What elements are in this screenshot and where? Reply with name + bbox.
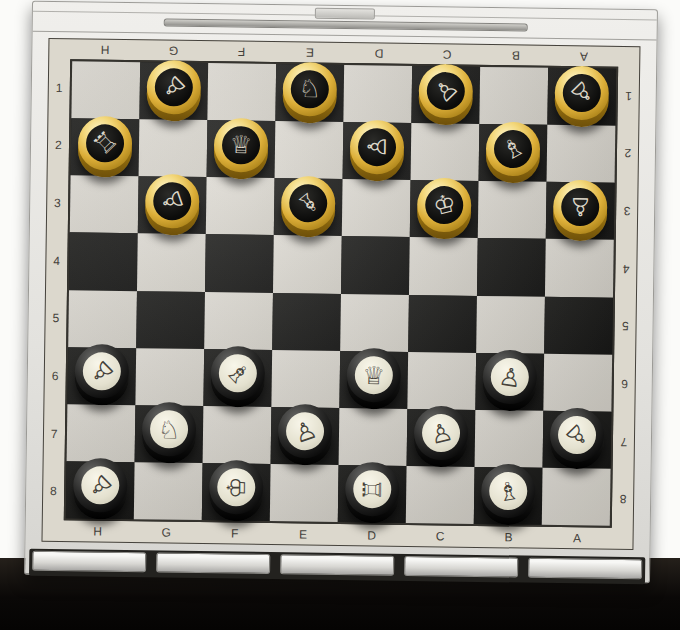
square-a2[interactable] [547,125,616,183]
disc-face: ♘ [150,410,189,449]
disc-top: ♗ [486,121,541,176]
rank-label-6: 6 [52,370,59,382]
square-a1[interactable]: ♙ [547,68,616,126]
disc-face: ♘ [291,70,330,109]
disc-face: ♙ [563,73,602,112]
piece-black-rook[interactable]: ♖ [345,462,400,517]
rank-label-2: 2 [55,139,62,151]
disc-top: ♖ [345,462,400,517]
hinge-bar [164,18,528,31]
square-h3[interactable] [70,175,139,233]
square-g4[interactable] [137,234,206,292]
piece-gold-bishop[interactable]: ♗ [281,176,336,231]
square-d7[interactable] [339,408,408,466]
pawn-glyph: ♙ [83,469,117,503]
piece-gold-pawn[interactable]: ♙ [554,65,609,120]
king-glyph: ♔ [430,190,458,220]
disc-top: ♙ [553,179,608,234]
bishop-glyph: ♗ [221,357,255,391]
disc-face: ♙ [286,412,325,451]
piece-gold-king[interactable]: ♔ [417,178,472,233]
piece-black-bishop[interactable]: ♗ [210,346,265,401]
disc-face: ♙ [81,467,120,506]
rank-label-8: 8 [50,485,57,497]
square-b5[interactable] [476,295,545,353]
square-a6[interactable] [543,353,612,411]
square-e2[interactable] [275,121,344,179]
piece-gold-knight[interactable]: ♘ [282,61,337,116]
piece-gold-bishop[interactable]: ♗ [486,121,541,176]
piece-gold-pawn[interactable]: ♙ [145,174,200,229]
piece-gold-pawn[interactable]: ♙ [146,60,201,115]
square-g1[interactable]: ♙ [139,62,208,120]
rank-label-2: 2 [624,147,631,159]
square-a7[interactable]: ♙ [543,411,612,469]
queen-glyph: ♕ [230,132,253,157]
file-label-D: D [374,47,383,59]
board-grid: ♙♘♙♙♖♕♙♗♙♗♔♙♙♗♕♙♘♙♙♙♙♔♖♗ [66,61,616,526]
rank-label-6: 6 [621,378,628,390]
file-label-D: D [367,529,376,541]
disc-face: ♙ [358,128,397,167]
disc-face: ♕ [222,126,261,165]
square-h1[interactable] [71,61,140,119]
disc-top: ♗ [281,176,336,231]
disc-top: ♙ [418,63,473,118]
disc-top: ♙ [145,174,200,229]
pawn-glyph: ♙ [560,419,594,453]
square-b4[interactable] [477,238,546,296]
king-glyph: ♔ [224,476,249,499]
disc-face: ♗ [219,354,258,393]
panel-corner [42,520,63,541]
product-photo: HGFEDCBA 12345678 ♙♘♙♙♖♕♙♗♙♗♔♙♙♗♕♙♘♙♙♙♙♔… [0,0,680,630]
disc-face: ♕ [355,356,394,395]
rank-label-4: 4 [53,255,60,267]
square-f8[interactable]: ♔ [202,463,271,521]
disc-face: ♗ [494,129,533,168]
rank-label-3: 3 [623,205,630,217]
pawn-glyph: ♙ [565,76,599,110]
disc-top: ♙ [146,60,201,115]
rank-label-7: 7 [620,435,627,447]
square-h8[interactable]: ♙ [66,461,135,519]
square-a4[interactable] [545,239,614,297]
square-d1[interactable] [343,65,412,123]
square-d3[interactable] [342,179,411,237]
piece-black-bishop[interactable]: ♗ [481,464,536,519]
disc-face: ♙ [153,182,192,221]
rank-label-1: 1 [56,82,63,94]
piece-black-pawn[interactable]: ♙ [550,408,605,463]
disc-top: ♙ [414,406,469,461]
disc-face: ♙ [155,68,194,107]
piece-gold-queen[interactable]: ♕ [214,118,269,173]
piece-black-pawn[interactable]: ♙ [278,404,333,459]
hinge-knuckle [156,552,270,574]
disc-face: ♗ [289,184,328,223]
square-c1[interactable]: ♙ [411,66,480,124]
file-label-B: B [511,49,520,61]
file-label-C: C [442,48,451,60]
rank-label-4: 4 [622,263,629,275]
pawn-glyph: ♙ [569,194,592,219]
rook-glyph: ♖ [360,478,385,501]
square-f7[interactable] [203,406,272,464]
piece-gold-rook[interactable]: ♖ [78,116,133,171]
piece-gold-pawn[interactable]: ♙ [418,63,473,118]
bishop-glyph: ♗ [497,132,529,165]
square-c5[interactable] [408,294,477,352]
bishop-glyph: ♗ [292,186,325,220]
piece-black-knight[interactable]: ♘ [142,402,197,457]
rank-label-5: 5 [621,320,628,332]
square-g5[interactable] [136,291,205,349]
magnetic-chess-case: HGFEDCBA 12345678 ♙♘♙♙♖♕♙♗♙♗♔♙♙♗♕♙♘♙♙♙♙♔… [24,1,658,584]
pawn-glyph: ♙ [85,355,119,389]
disc-top: ♕ [214,118,269,173]
square-h4[interactable] [69,233,138,291]
pawn-glyph: ♙ [290,416,319,447]
queen-glyph: ♕ [362,363,385,388]
square-g7[interactable]: ♘ [135,405,204,463]
file-label-E: E [306,46,315,58]
square-d5[interactable] [340,293,409,351]
file-label-G: G [161,526,171,538]
hinge-knuckle [404,556,518,578]
square-g2[interactable] [139,119,208,177]
square-f5[interactable] [204,292,273,350]
pawn-glyph: ♙ [427,419,455,449]
square-e5[interactable] [272,293,341,351]
square-e1[interactable]: ♘ [275,64,344,122]
file-label-F: F [231,527,239,539]
piece-gold-pawn[interactable]: ♙ [553,179,608,234]
disc-top: ♙ [74,344,129,399]
square-f2[interactable]: ♕ [207,120,276,178]
disc-top: ♖ [78,116,133,171]
pawn-glyph: ♙ [429,74,463,108]
file-label-B: B [504,531,513,543]
board: ♙♘♙♙♖♕♙♗♙♗♔♙♙♗♕♙♘♙♙♙♙♔♖♗ [64,59,618,528]
file-label-C: C [436,530,445,542]
hinge-knuckle [32,551,146,573]
square-d8[interactable]: ♖ [338,465,407,523]
disc-face: ♙ [558,416,597,455]
disc-top: ♙ [73,458,128,513]
pawn-glyph: ♙ [157,70,191,104]
disc-face: ♔ [217,468,256,507]
disc-top: ♕ [346,348,401,403]
rank-label-7: 7 [51,428,58,440]
piece-black-pawn[interactable]: ♙ [73,458,128,513]
rank-label-3: 3 [54,197,61,209]
piece-gold-pawn[interactable]: ♙ [350,119,405,174]
square-c7[interactable]: ♙ [407,409,476,467]
square-h7[interactable] [67,404,136,462]
disc-top: ♗ [210,346,265,401]
panel-corner [611,528,632,549]
disc-top: ♘ [142,402,197,457]
disc-top: ♙ [482,350,537,405]
square-b7[interactable] [475,410,544,468]
square-e3[interactable]: ♗ [274,178,343,236]
square-e4[interactable] [273,235,342,293]
disc-face: ♙ [83,352,122,391]
disc-face: ♖ [353,470,392,509]
square-f3[interactable] [206,177,275,235]
pawn-glyph: ♙ [497,363,523,391]
pawn-glyph: ♙ [157,186,188,215]
disc-face: ♙ [561,188,600,227]
disc-top: ♙ [350,119,405,174]
piece-black-pawn[interactable]: ♙ [482,350,537,405]
piece-black-king[interactable]: ♔ [209,460,264,515]
hinge-knuckle [528,558,642,580]
disc-top: ♘ [282,61,337,116]
piece-black-queen[interactable]: ♕ [346,348,401,403]
square-d2[interactable]: ♙ [343,122,412,180]
square-f6[interactable]: ♗ [203,349,272,407]
square-e8[interactable] [270,464,339,522]
disc-top: ♙ [550,408,605,463]
square-f1[interactable] [207,63,276,121]
square-f4[interactable] [205,234,274,292]
bishop-glyph: ♗ [495,477,521,505]
piece-black-pawn[interactable]: ♙ [414,406,469,461]
square-e7[interactable]: ♙ [271,407,340,465]
square-b1[interactable] [479,67,548,125]
square-b3[interactable] [478,181,547,239]
square-d6[interactable]: ♕ [339,351,408,409]
rank-label-5: 5 [52,312,59,324]
rank-label-8: 8 [619,493,626,505]
disc-face: ♗ [489,472,528,511]
square-h2[interactable]: ♖ [71,118,140,176]
square-b8[interactable]: ♗ [474,467,543,525]
square-a8[interactable] [542,468,611,526]
disc-top: ♗ [481,464,536,519]
square-c6[interactable] [407,352,476,410]
square-b2[interactable]: ♗ [479,124,548,182]
disc-face: ♔ [425,186,464,225]
disc-face: ♙ [491,358,530,397]
disc-top: ♙ [554,65,609,120]
panel-corner [49,39,70,59]
rook-glyph: ♖ [88,126,122,160]
square-c4[interactable] [409,237,478,295]
square-e6[interactable] [271,350,340,408]
file-label-A: A [573,532,582,544]
pawn-glyph: ♙ [364,135,389,158]
disc-face: ♖ [86,124,125,163]
panel-corner [618,47,639,67]
disc-face: ♙ [427,71,466,110]
file-label-F: F [238,46,246,58]
file-label-H: H [93,525,102,537]
board-panel: HGFEDCBA 12345678 ♙♘♙♙♖♕♙♗♙♗♔♙♙♗♕♙♘♙♙♙♙♔… [41,38,640,550]
knight-glyph: ♘ [298,76,321,101]
square-b6[interactable]: ♙ [475,353,544,411]
file-label-E: E [299,528,308,540]
disc-face: ♙ [422,414,461,453]
square-g6[interactable] [135,348,204,406]
file-label-A: A [580,50,589,62]
square-c8[interactable] [406,466,475,524]
knight-glyph: ♘ [158,417,181,442]
piece-black-pawn[interactable]: ♙ [74,344,129,399]
square-c3[interactable]: ♔ [410,180,479,238]
square-d4[interactable] [341,236,410,294]
hinge-knuckle [280,554,394,576]
disc-top: ♙ [278,404,333,459]
square-a3[interactable]: ♙ [546,182,615,240]
square-g3[interactable]: ♙ [138,176,207,234]
square-h5[interactable] [68,290,137,348]
clasp-tab [315,8,375,20]
disc-top: ♔ [417,178,472,233]
square-a5[interactable] [544,296,613,354]
rank-label-1: 1 [625,90,632,102]
file-label-G: G [168,45,178,57]
square-h6[interactable]: ♙ [67,347,136,405]
disc-top: ♔ [209,460,264,515]
square-g8[interactable] [134,462,203,520]
square-c2[interactable] [411,123,480,181]
file-label-H: H [100,44,109,56]
